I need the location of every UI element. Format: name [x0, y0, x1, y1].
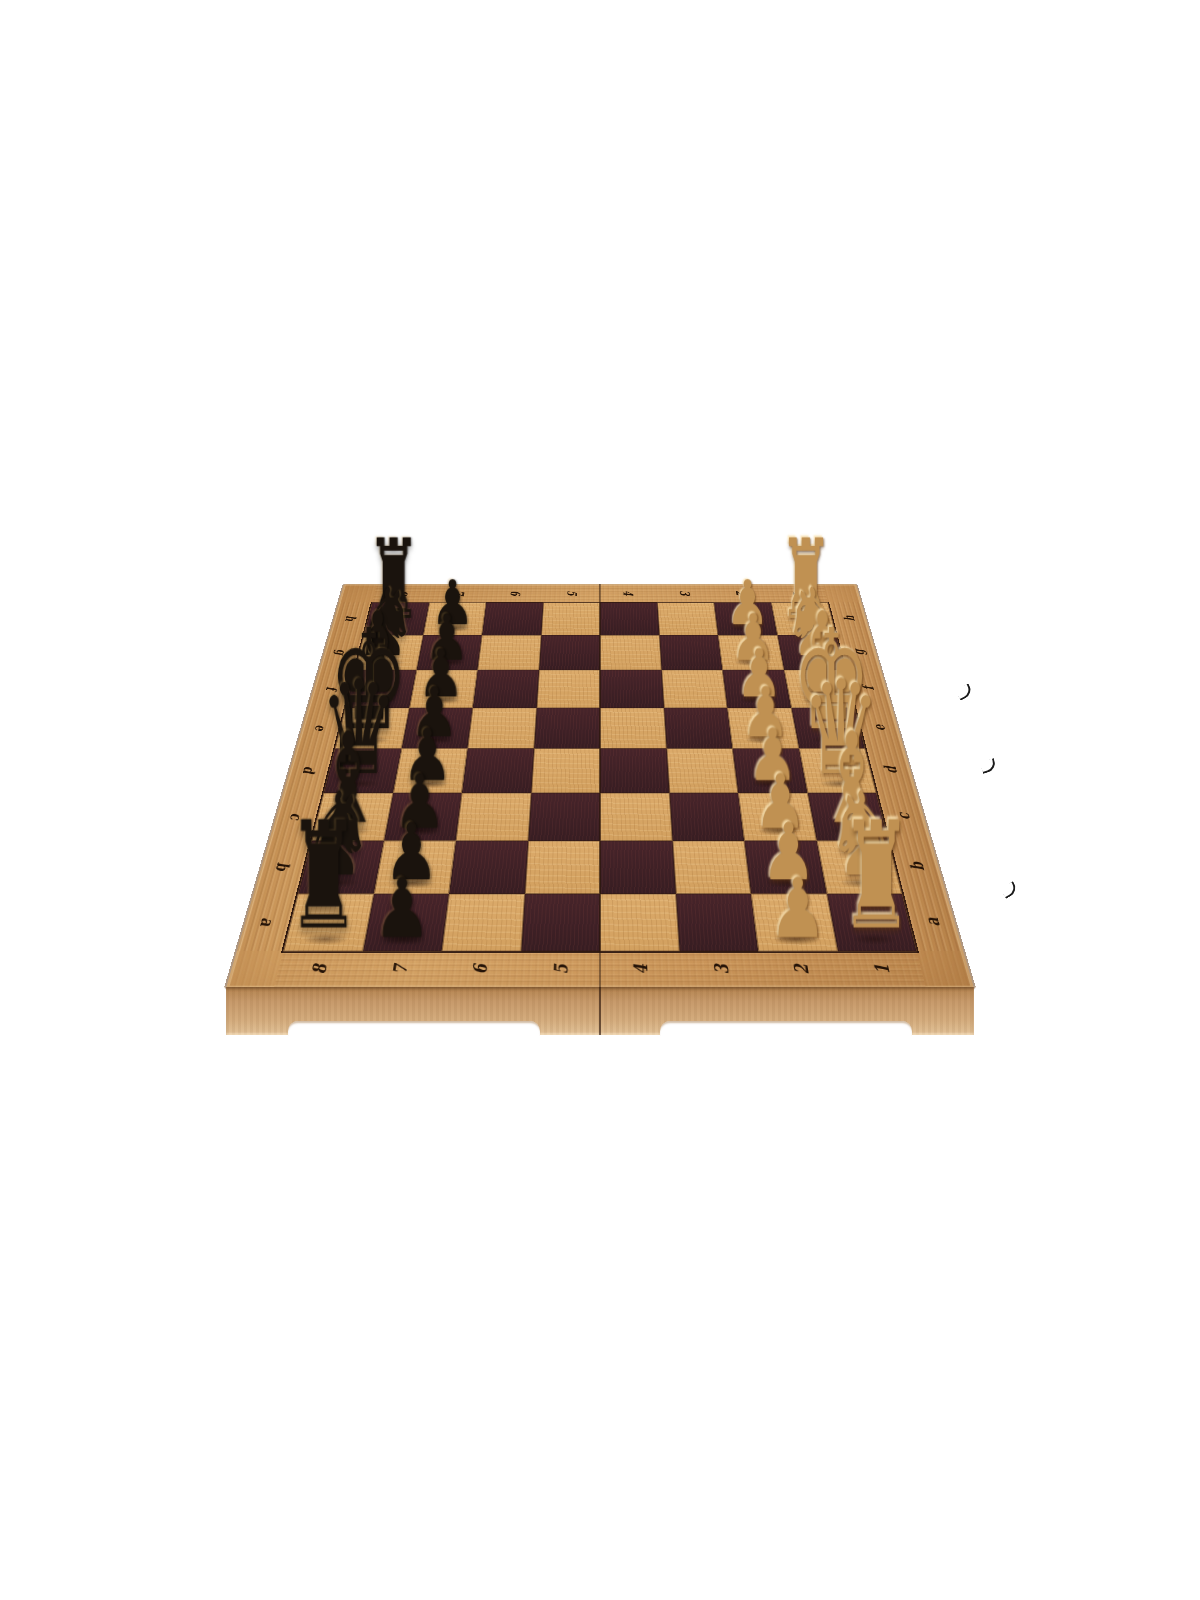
square-c6[interactable]: [456, 793, 531, 841]
square-f5[interactable]: [536, 670, 600, 708]
chess-set-photo: 87654321 87654321 hgfedcba hgfedcba ♜♟♟♜…: [0, 0, 1200, 1600]
square-a1[interactable]: ♜: [826, 893, 916, 951]
square-b4[interactable]: [600, 841, 675, 894]
latch-hook-icon: [1000, 881, 1019, 899]
square-c4[interactable]: [600, 793, 672, 841]
square-g3[interactable]: [659, 635, 722, 670]
square-e3[interactable]: [664, 708, 733, 749]
square-f4[interactable]: [600, 670, 664, 708]
square-c3[interactable]: [669, 793, 744, 841]
coordinate-label: 6: [497, 578, 533, 609]
board-frame: 87654321 87654321 hgfedcba hgfedcba ♜♟♟♜…: [226, 584, 974, 988]
box-front-seam: [599, 987, 601, 1035]
square-f6[interactable]: [473, 670, 539, 708]
handle-notch-right: [660, 1021, 912, 1036]
piece-black-pawn-a7[interactable]: ♟: [374, 869, 432, 948]
square-e5[interactable]: [534, 708, 600, 749]
square-g5[interactable]: [539, 635, 600, 670]
square-g6[interactable]: [477, 635, 540, 670]
square-a2[interactable]: ♟: [751, 893, 838, 951]
square-b5[interactable]: [525, 841, 600, 894]
square-e4[interactable]: [600, 708, 666, 749]
square-b3[interactable]: [672, 841, 751, 894]
coordinate-label: 5: [554, 578, 588, 609]
square-f3[interactable]: [661, 670, 727, 708]
square-a7[interactable]: ♟: [363, 893, 450, 951]
square-e6[interactable]: [468, 708, 537, 749]
square-b6[interactable]: [449, 841, 528, 894]
square-d5[interactable]: [531, 748, 600, 792]
handle-notch-left: [288, 1021, 540, 1036]
piece-white-rook-a1[interactable]: ♜: [840, 807, 913, 948]
latch-hook-icon: [980, 758, 998, 774]
fold-seam: [599, 584, 601, 988]
piece-black-rook-a8[interactable]: ♜: [287, 807, 360, 948]
coordinate-label: 4: [611, 578, 645, 609]
board-viewport: 87654321 87654321 hgfedcba hgfedcba ♜♟♟♜…: [226, 240, 974, 988]
coordinate-label: 3: [667, 578, 703, 609]
square-d6[interactable]: [462, 748, 534, 792]
piece-white-pawn-a2[interactable]: ♟: [769, 869, 827, 948]
square-g4[interactable]: [600, 635, 661, 670]
square-d3[interactable]: [666, 748, 738, 792]
square-a8[interactable]: ♜: [283, 893, 373, 951]
square-d4[interactable]: [600, 748, 669, 792]
box-front-edge: [226, 987, 974, 1035]
square-c5[interactable]: [528, 793, 600, 841]
